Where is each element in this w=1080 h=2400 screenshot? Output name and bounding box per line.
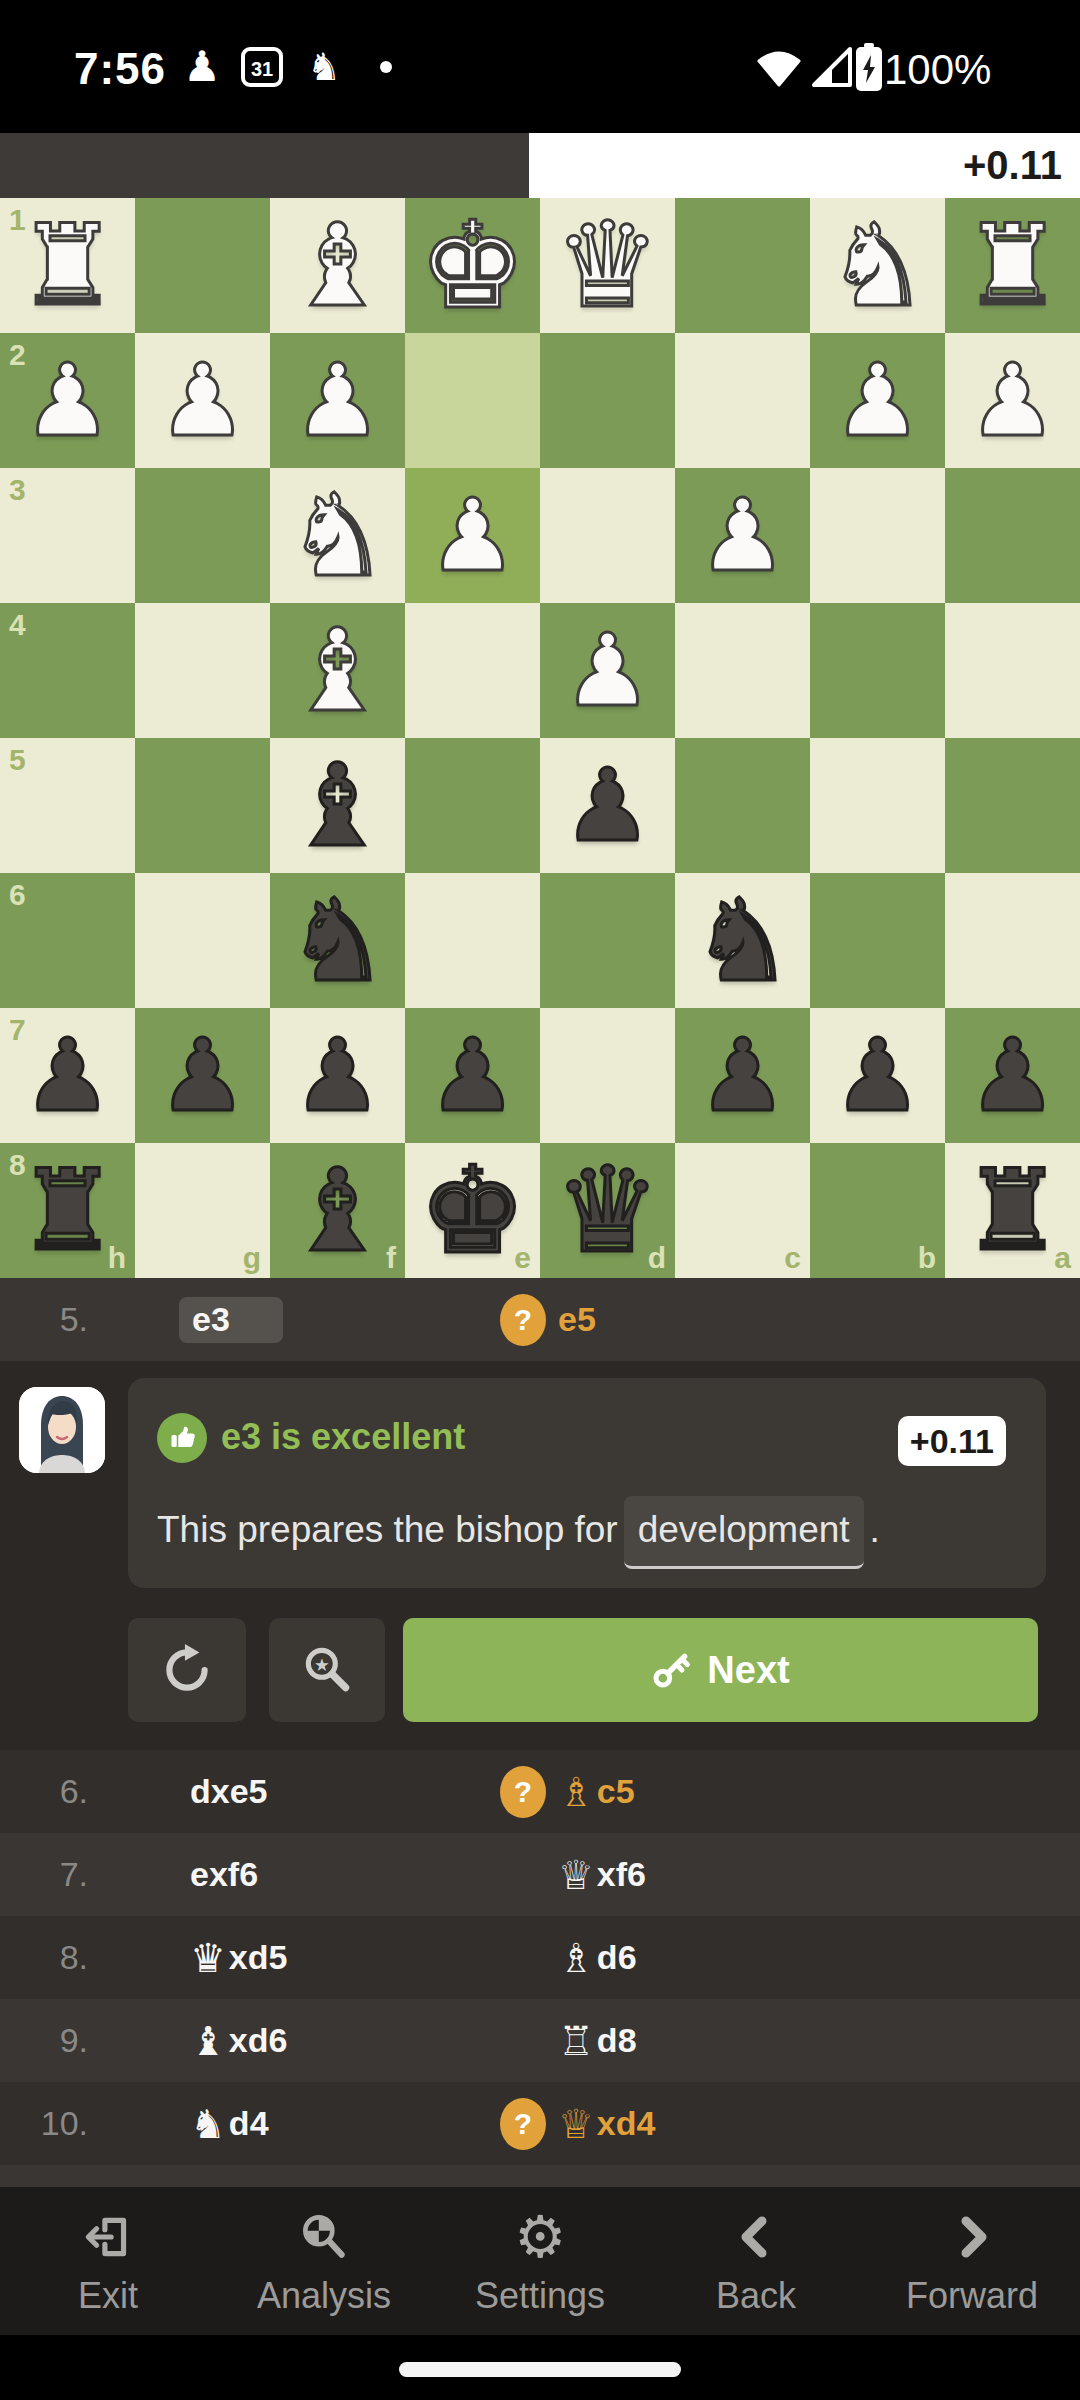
piece-white-b-f4[interactable]: ♝ — [270, 603, 405, 738]
status-bar: 7:56 ♟ 31 ♞ — [0, 0, 1080, 133]
piece-black-p-b7[interactable]: ♟ — [810, 1008, 945, 1143]
quiz-question-badge: ? — [500, 1766, 546, 1818]
rook-figurine-icon: ♖ — [558, 2018, 594, 2064]
square-c6[interactable]: ♞ — [675, 873, 810, 1008]
move-row-6[interactable]: 6.dxe5?♗c5 — [0, 1750, 1080, 1833]
nav-forward[interactable]: Forward — [864, 2187, 1080, 2335]
square-e5[interactable] — [405, 738, 540, 873]
square-f2[interactable]: ♟ — [270, 333, 405, 468]
square-c4[interactable] — [675, 603, 810, 738]
square-h3[interactable]: 3 — [0, 468, 135, 603]
nav-forward-label: Forward — [906, 2275, 1038, 2317]
file-label-c: c — [784, 1241, 801, 1275]
square-d2[interactable] — [540, 333, 675, 468]
square-g4[interactable] — [135, 603, 270, 738]
comment-text: This prepares the bishop for — [157, 1509, 618, 1550]
black-move[interactable]: e5 — [558, 1278, 596, 1361]
square-c3[interactable]: ♟ — [675, 468, 810, 603]
square-d7[interactable] — [540, 1008, 675, 1143]
square-f4[interactable]: ♝ — [270, 603, 405, 738]
glossary-term-chip[interactable]: development — [624, 1496, 864, 1569]
screen: 7:56 ♟ 31 ♞ — [0, 0, 1080, 2400]
square-b6[interactable] — [810, 873, 945, 1008]
square-b7[interactable]: ♟ — [810, 1008, 945, 1143]
gesture-area — [0, 2335, 1080, 2400]
key-icon — [651, 1650, 691, 1690]
black-move[interactable]: ♕xd4 — [558, 2082, 655, 2165]
nav-analysis[interactable]: Analysis — [216, 2187, 432, 2335]
magnifier-star-icon: ★ — [298, 1641, 356, 1699]
black-move[interactable]: ♗c5 — [558, 1750, 635, 1833]
rank-label-4: 4 — [9, 608, 26, 642]
queen-figurine-icon: ♕ — [558, 1852, 594, 1898]
file-label-b: b — [918, 1241, 936, 1275]
battery-charging-icon — [852, 0, 886, 133]
square-f3[interactable]: ♞ — [270, 468, 405, 603]
square-d1[interactable]: ♛ — [540, 198, 675, 333]
square-c5[interactable] — [675, 738, 810, 873]
evaluation-score: +0.11 — [963, 133, 1062, 198]
square-a5[interactable] — [945, 738, 1080, 873]
piece-black-n-c6[interactable]: ♞ — [675, 873, 810, 1008]
square-g6[interactable] — [135, 873, 270, 1008]
square-b1[interactable]: ♞ — [810, 198, 945, 333]
chess-pawn-notification-icon: ♟ — [178, 0, 226, 133]
piece-black-b-f5[interactable]: ♝ — [270, 738, 405, 873]
square-a2[interactable]: ♟ — [945, 333, 1080, 468]
piece-white-p-f2[interactable]: ♟ — [270, 333, 405, 468]
bishop-figurine-icon: ♝ — [190, 2018, 226, 2064]
piece-black-p-d5[interactable]: ♟ — [540, 738, 675, 873]
chevron-right-icon — [944, 2205, 1000, 2269]
white-move-current[interactable]: e3 — [179, 1297, 283, 1343]
deep-dive-button[interactable]: ★ — [269, 1618, 385, 1722]
square-g5[interactable] — [135, 738, 270, 873]
piece-white-r-a1[interactable]: ♜ — [945, 198, 1080, 333]
square-d4[interactable]: ♟ — [540, 603, 675, 738]
cell-signal-icon — [806, 0, 858, 133]
rank-label-5: 5 — [9, 743, 26, 777]
square-c8[interactable]: c — [675, 1143, 810, 1278]
piece-white-r-h1[interactable]: ♜ — [0, 198, 135, 333]
nav-analysis-label: Analysis — [257, 2275, 391, 2317]
piece-black-k-e8[interactable]: ♚ — [405, 1143, 540, 1278]
square-d3[interactable] — [540, 468, 675, 603]
square-h8[interactable]: 8h♜ — [0, 1143, 135, 1278]
square-h5[interactable]: 5 — [0, 738, 135, 873]
piece-white-n-f3[interactable]: ♞ — [270, 468, 405, 603]
piece-white-p-b2[interactable]: ♟ — [810, 333, 945, 468]
evaluation-bar: +0.11 — [0, 133, 1080, 198]
gesture-handle[interactable] — [399, 2362, 681, 2377]
eval-score-badge: +0.11 — [898, 1416, 1006, 1466]
black-move[interactable]: ♖d8 — [558, 1999, 637, 2082]
move-number: 7. — [0, 1833, 88, 1916]
square-a6[interactable] — [945, 873, 1080, 1008]
notification-dot-icon — [374, 0, 398, 133]
coach-avatar — [19, 1387, 105, 1473]
piece-white-p-a2[interactable]: ♟ — [945, 333, 1080, 468]
move-row-8[interactable]: 8.♛xd5♗d6 — [0, 1916, 1080, 1999]
square-a7[interactable]: ♟ — [945, 1008, 1080, 1143]
square-d8[interactable]: d♛ — [540, 1143, 675, 1278]
square-g3[interactable] — [135, 468, 270, 603]
bottom-nav-bar: Exit Analysis ⚙ Settings Ba — [0, 2187, 1080, 2335]
evaluation-bar-black-side — [0, 133, 529, 198]
svg-text:★: ★ — [314, 1655, 330, 1675]
square-f7[interactable]: ♟ — [270, 1008, 405, 1143]
piece-white-p-h2[interactable]: ♟ — [0, 333, 135, 468]
queen-figurine-icon: ♛ — [190, 1935, 226, 1981]
piece-white-q-d1[interactable]: ♛ — [540, 198, 675, 333]
move-list: 6.dxe5?♗c57.exf6♕xf68.♛xd5♗d69.♝xd6♖d810… — [0, 1750, 1080, 2165]
move-row-7[interactable]: 7.exf6♕xf6 — [0, 1833, 1080, 1916]
white-move[interactable]: exf6 — [190, 1833, 258, 1916]
piece-black-p-e7[interactable]: ♟ — [405, 1008, 540, 1143]
square-f5[interactable]: ♝ — [270, 738, 405, 873]
piece-white-n-b1[interactable]: ♞ — [810, 198, 945, 333]
white-move[interactable]: dxe5 — [190, 1750, 268, 1833]
nav-exit[interactable]: Exit — [0, 2187, 216, 2335]
move-number: 9. — [0, 1999, 88, 2082]
piece-white-p-g2[interactable]: ♟ — [135, 333, 270, 468]
piece-white-p-c3[interactable]: ♟ — [675, 468, 810, 603]
move-number: 10. — [0, 2082, 88, 2165]
move-number: 6. — [0, 1750, 88, 1833]
square-b8[interactable]: b — [810, 1143, 945, 1278]
square-g7[interactable]: ♟ — [135, 1008, 270, 1143]
knight-figurine-icon: ♞ — [190, 2101, 226, 2147]
move-row-10[interactable]: 10.♞d4?♕xd4 — [0, 2082, 1080, 2165]
quiz-question-badge: ? — [500, 1294, 546, 1346]
white-move[interactable]: ♞d4 — [190, 2082, 269, 2165]
square-h1[interactable]: 1♜ — [0, 198, 135, 333]
square-a1[interactable]: ♜ — [945, 198, 1080, 333]
square-f6[interactable]: ♞ — [270, 873, 405, 1008]
square-e3[interactable]: ♟ — [405, 468, 540, 603]
black-move[interactable]: ♕xf6 — [558, 1833, 646, 1916]
square-a8[interactable]: a♜ — [945, 1143, 1080, 1278]
coach-section: e3 is excellent +0.11 This prepares the … — [0, 1361, 1080, 1750]
piece-black-p-a7[interactable]: ♟ — [945, 1008, 1080, 1143]
square-g2[interactable]: ♟ — [135, 333, 270, 468]
piece-black-p-g7[interactable]: ♟ — [135, 1008, 270, 1143]
move-assessment-title: e3 is excellent — [221, 1416, 465, 1458]
chess-board: 1♜♝♚♛♞♜2♟♟♟♟♟3♞♟♟4♝♟5♝♟6♞♞7♟♟♟♟♟♟♟8h♜gf♝… — [0, 198, 1080, 1278]
rank-label-3: 3 — [9, 473, 26, 507]
square-b4[interactable] — [810, 603, 945, 738]
bishop-figurine-icon: ♗ — [558, 1935, 594, 1981]
piece-black-n-f6[interactable]: ♞ — [270, 873, 405, 1008]
wifi-icon — [752, 0, 806, 133]
next-button-label: Next — [707, 1649, 789, 1692]
piece-black-p-h7[interactable]: ♟ — [0, 1008, 135, 1143]
move-row-current[interactable]: 5.e3?e5 — [0, 1278, 1080, 1361]
file-label-g: g — [243, 1241, 261, 1275]
piece-black-r-a8[interactable]: ♜ — [945, 1143, 1080, 1278]
piece-black-r-h8[interactable]: ♜ — [0, 1143, 135, 1278]
analysis-icon — [295, 2205, 353, 2269]
square-a4[interactable] — [945, 603, 1080, 738]
square-b5[interactable] — [810, 738, 945, 873]
square-e4[interactable] — [405, 603, 540, 738]
square-d6[interactable] — [540, 873, 675, 1008]
battery-percent: 100% — [884, 46, 991, 94]
chevron-left-icon — [728, 2205, 784, 2269]
piece-black-p-c7[interactable]: ♟ — [675, 1008, 810, 1143]
gear-icon: ⚙ — [514, 2205, 566, 2269]
comment-suffix: . — [870, 1509, 880, 1550]
move-row-9[interactable]: 9.♝xd6♖d8 — [0, 1999, 1080, 2082]
square-g1[interactable] — [135, 198, 270, 333]
black-move[interactable]: ♗d6 — [558, 1916, 637, 1999]
next-button[interactable]: Next — [403, 1618, 1038, 1722]
square-h6[interactable]: 6 — [0, 873, 135, 1008]
move-row-partial — [0, 2165, 1080, 2187]
calendar-icon: 31 — [236, 0, 288, 133]
square-e7[interactable]: ♟ — [405, 1008, 540, 1143]
rank-label-6: 6 — [9, 878, 26, 912]
square-h2[interactable]: 2♟ — [0, 333, 135, 468]
nav-exit-label: Exit — [78, 2275, 138, 2317]
clock: 7:56 — [74, 44, 166, 94]
nav-settings-label: Settings — [475, 2275, 605, 2317]
coach-speech-bubble: e3 is excellent +0.11 This prepares the … — [128, 1378, 1046, 1588]
piece-white-k-e1[interactable]: ♚ — [405, 198, 540, 333]
nav-back-label: Back — [716, 2275, 796, 2317]
exit-icon — [79, 2205, 137, 2269]
nav-settings[interactable]: ⚙ Settings — [432, 2187, 648, 2335]
coach-comment: This prepares the bishop fordevelopment. — [157, 1496, 1017, 1569]
queen-figurine-icon: ♕ — [558, 2101, 594, 2147]
square-g8[interactable]: g — [135, 1143, 270, 1278]
square-c7[interactable]: ♟ — [675, 1008, 810, 1143]
nav-back[interactable]: Back — [648, 2187, 864, 2335]
square-e2[interactable] — [405, 333, 540, 468]
square-e1[interactable]: ♚ — [405, 198, 540, 333]
svg-text:31: 31 — [251, 58, 273, 80]
piece-black-p-f7[interactable]: ♟ — [270, 1008, 405, 1143]
square-h7[interactable]: 7♟ — [0, 1008, 135, 1143]
chess-knight-notification-icon: ♞ — [300, 0, 348, 133]
square-h4[interactable]: 4 — [0, 603, 135, 738]
white-move[interactable]: ♝xd6 — [190, 1999, 287, 2082]
white-move[interactable]: ♛xd5 — [190, 1916, 287, 1999]
square-c1[interactable] — [675, 198, 810, 333]
retry-button[interactable] — [128, 1618, 246, 1722]
square-f8[interactable]: f♝ — [270, 1143, 405, 1278]
piece-black-q-d8[interactable]: ♛ — [540, 1143, 675, 1278]
piece-white-b-f1[interactable]: ♝ — [270, 198, 405, 333]
square-d5[interactable]: ♟ — [540, 738, 675, 873]
square-b2[interactable]: ♟ — [810, 333, 945, 468]
square-c2[interactable] — [675, 333, 810, 468]
square-b3[interactable] — [810, 468, 945, 603]
piece-white-p-d4[interactable]: ♟ — [540, 603, 675, 738]
retry-icon — [158, 1641, 216, 1699]
move-number: 8. — [0, 1916, 88, 1999]
move-number: 5. — [0, 1278, 88, 1361]
square-e8[interactable]: e♚ — [405, 1143, 540, 1278]
quiz-question-badge: ? — [500, 2098, 546, 2150]
piece-white-p-e3[interactable]: ♟ — [405, 468, 540, 603]
piece-black-b-f8[interactable]: ♝ — [270, 1143, 405, 1278]
square-f1[interactable]: ♝ — [270, 198, 405, 333]
thumbs-up-icon-small — [157, 1413, 207, 1463]
square-a3[interactable] — [945, 468, 1080, 603]
square-e6[interactable] — [405, 873, 540, 1008]
bishop-figurine-icon: ♗ — [558, 1769, 594, 1815]
